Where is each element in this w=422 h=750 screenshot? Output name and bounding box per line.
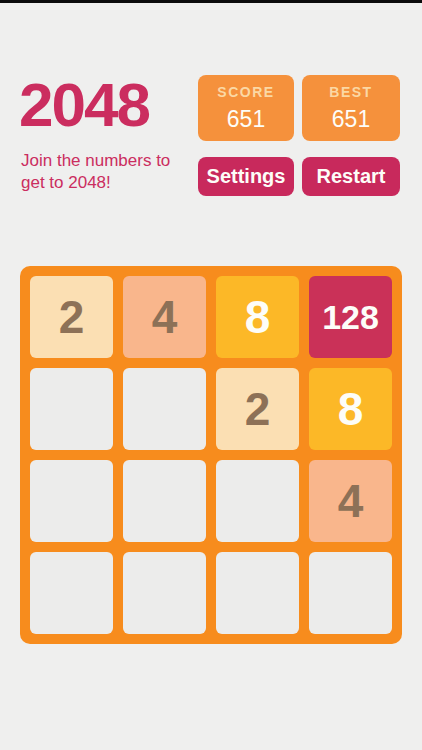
app-screen: 2048 Join the numbers to get to 2048! SC… [0, 0, 422, 750]
score-label: SCORE [217, 84, 274, 100]
tile-empty [30, 368, 113, 450]
tile-128: 128 [309, 276, 392, 358]
tile-empty [30, 552, 113, 634]
score-box: SCORE 651 [198, 75, 294, 141]
tile-8: 8 [309, 368, 392, 450]
tile-empty [309, 552, 392, 634]
tile-4: 4 [123, 276, 206, 358]
window-top-edge [0, 0, 422, 3]
settings-button[interactable]: Settings [198, 157, 294, 196]
score-value: 651 [227, 106, 265, 133]
tile-empty [216, 460, 299, 542]
tile-2: 2 [30, 276, 113, 358]
tile-empty [123, 368, 206, 450]
tile-4: 4 [309, 460, 392, 542]
subtitle-line-2: get to 2048! [21, 172, 170, 194]
tile-empty [30, 460, 113, 542]
subtitle-line-1: Join the numbers to [21, 150, 170, 172]
tile-empty [216, 552, 299, 634]
tile-empty [123, 552, 206, 634]
tile-8: 8 [216, 276, 299, 358]
board[interactable]: 248128284 [20, 266, 402, 644]
tile-empty [123, 460, 206, 542]
app-subtitle: Join the numbers to get to 2048! [21, 150, 170, 194]
app-title: 2048 [19, 74, 149, 136]
best-value: 651 [332, 106, 370, 133]
best-label: BEST [329, 84, 372, 100]
best-box: BEST 651 [302, 75, 400, 141]
tile-2: 2 [216, 368, 299, 450]
restart-button[interactable]: Restart [302, 157, 400, 196]
